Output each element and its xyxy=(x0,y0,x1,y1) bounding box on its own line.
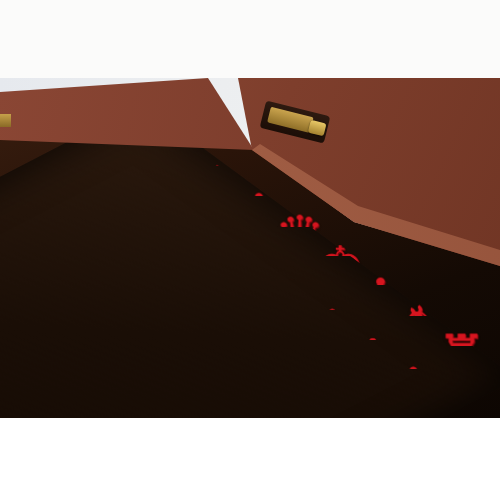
photo-of-chess-set: ♜♞♝♛♚♝♞♜♟♟♟♟♟♟♟♟ xyxy=(0,78,500,418)
bottom-white-band xyxy=(0,418,500,500)
screenshot-root: ♜♞♝♛♚♝♞♜♟♟♟♟♟♟♟♟ xyxy=(0,0,500,500)
brass-hinge-left-icon xyxy=(0,114,11,127)
top-white-band xyxy=(0,0,500,78)
